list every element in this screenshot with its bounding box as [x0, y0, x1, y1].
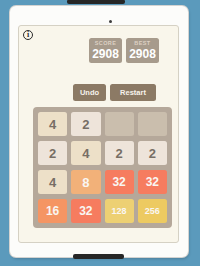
score-box: SCORE 2908 [89, 38, 122, 63]
tile-8: 8 [71, 170, 100, 194]
tile-128: 128 [105, 199, 134, 223]
tile-2: 2 [138, 141, 167, 165]
app-screen: i SCORE 2908 BEST 2908 Undo Restart 4224… [18, 25, 179, 243]
tile-256: 256 [138, 199, 167, 223]
best-label: BEST [134, 41, 150, 47]
game-board[interactable]: 4224224832321632128256 [33, 107, 172, 228]
restart-button[interactable]: Restart [110, 84, 156, 101]
score-value: 2908 [92, 48, 119, 60]
undo-button[interactable]: Undo [73, 84, 106, 101]
best-value: 2908 [129, 48, 156, 60]
tile-4: 4 [71, 141, 100, 165]
tile-2: 2 [105, 141, 134, 165]
tile-32: 32 [105, 170, 134, 194]
score-label: SCORE [95, 41, 117, 47]
device-bottom-bar [73, 254, 124, 259]
tile-4: 4 [38, 170, 67, 194]
tile-4: 4 [38, 112, 67, 136]
best-box: BEST 2908 [126, 38, 159, 63]
device-top-bar [67, 0, 125, 4]
tile-32: 32 [71, 199, 100, 223]
score-panel: SCORE 2908 BEST 2908 [89, 38, 159, 63]
info-button[interactable]: i [23, 30, 33, 40]
camera-dot-icon [109, 20, 112, 23]
tile-16: 16 [38, 199, 67, 223]
empty-cell [105, 112, 134, 136]
tile-32: 32 [138, 170, 167, 194]
info-icon: i [27, 31, 29, 39]
page-background: i SCORE 2908 BEST 2908 Undo Restart 4224… [0, 0, 200, 266]
empty-cell [138, 112, 167, 136]
tablet-frame: i SCORE 2908 BEST 2908 Undo Restart 4224… [10, 6, 188, 257]
tile-2: 2 [38, 141, 67, 165]
tile-2: 2 [71, 112, 100, 136]
